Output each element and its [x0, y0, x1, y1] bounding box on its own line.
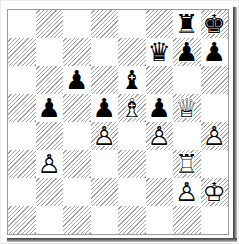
square-e3 [118, 150, 146, 178]
square-f3 [146, 150, 174, 178]
square-h4: ♟♙ [201, 122, 229, 150]
square-c4 [63, 122, 91, 150]
piece-fill-backdrop: ♟ [146, 94, 174, 122]
piece-wP-b3: ♙ [36, 150, 64, 178]
square-f6 [146, 66, 174, 94]
square-h6 [201, 66, 229, 94]
square-b3: ♟♙ [36, 150, 64, 178]
piece-bP-b5: ♟ [36, 94, 64, 122]
square-f5: ♟♟ [146, 94, 174, 122]
piece-fill-backdrop: ♚ [201, 10, 229, 38]
piece-bP-h7: ♟ [201, 38, 229, 66]
piece-bP-d5: ♟ [91, 94, 119, 122]
square-d7 [91, 38, 119, 66]
chess-board: ♜♜♚♚♛♛♟♟♟♟♟♟♝♝♟♟♟♟♝♗♟♟♛♕♟♙♟♙♟♙♟♙♜♖♟♙♚♔ [7, 9, 229, 235]
square-b4 [36, 122, 64, 150]
piece-bP-f5: ♟ [146, 94, 174, 122]
square-d2 [91, 178, 119, 206]
piece-bB-e6: ♝ [118, 66, 146, 94]
square-g5: ♛♕ [173, 94, 201, 122]
square-f4: ♟♙ [146, 122, 174, 150]
square-d1 [91, 206, 119, 234]
square-c8 [63, 10, 91, 38]
piece-fill-backdrop: ♟ [146, 122, 174, 150]
piece-wP-d4: ♙ [91, 122, 119, 150]
square-b8 [36, 10, 64, 38]
square-g8: ♜♜ [173, 10, 201, 38]
square-h7: ♟♟ [201, 38, 229, 66]
square-a4 [8, 122, 36, 150]
square-a1 [8, 206, 36, 234]
square-e7 [118, 38, 146, 66]
square-f2 [146, 178, 174, 206]
piece-bP-c6: ♟ [63, 66, 91, 94]
piece-wP-g2: ♙ [173, 178, 201, 206]
square-b1 [36, 206, 64, 234]
piece-fill-backdrop: ♟ [173, 38, 201, 66]
piece-fill-backdrop: ♟ [91, 122, 119, 150]
square-d6 [91, 66, 119, 94]
square-a8 [8, 10, 36, 38]
piece-wR-g3: ♖ [173, 150, 201, 178]
square-c6: ♟♟ [63, 66, 91, 94]
piece-wQ-g5: ♕ [173, 94, 201, 122]
square-c1 [63, 206, 91, 234]
square-d4: ♟♙ [91, 122, 119, 150]
square-h2: ♚♔ [201, 178, 229, 206]
piece-wK-h2: ♔ [201, 178, 229, 206]
square-f1 [146, 206, 174, 234]
frame-shadow-right [233, 7, 237, 242]
piece-wB-e5: ♗ [118, 94, 146, 122]
square-f7: ♛♛ [146, 38, 174, 66]
square-g4 [173, 122, 201, 150]
square-b5: ♟♟ [36, 94, 64, 122]
chess-diagram-figure: ♜♜♚♚♛♛♟♟♟♟♟♟♝♝♟♟♟♟♝♗♟♟♛♕♟♙♟♙♟♙♟♙♜♖♟♙♚♔ [0, 0, 239, 244]
piece-fill-backdrop: ♟ [36, 94, 64, 122]
square-c2 [63, 178, 91, 206]
piece-fill-backdrop: ♜ [173, 10, 201, 38]
square-h3 [201, 150, 229, 178]
square-g2: ♟♙ [173, 178, 201, 206]
piece-bK-h8: ♚ [201, 10, 229, 38]
piece-fill-backdrop: ♚ [201, 178, 229, 206]
piece-bP-g7: ♟ [173, 38, 201, 66]
square-b7 [36, 38, 64, 66]
square-e2 [118, 178, 146, 206]
square-a7 [8, 38, 36, 66]
square-e5: ♝♗ [118, 94, 146, 122]
square-f8 [146, 10, 174, 38]
square-c5 [63, 94, 91, 122]
piece-fill-backdrop: ♟ [201, 122, 229, 150]
piece-wP-h4: ♙ [201, 122, 229, 150]
square-b2 [36, 178, 64, 206]
piece-fill-backdrop: ♟ [63, 66, 91, 94]
piece-fill-backdrop: ♟ [36, 150, 64, 178]
piece-bR-g8: ♜ [173, 10, 201, 38]
square-h8: ♚♚ [201, 10, 229, 38]
piece-fill-backdrop: ♜ [173, 150, 201, 178]
square-a3 [8, 150, 36, 178]
square-e8 [118, 10, 146, 38]
piece-fill-backdrop: ♝ [118, 94, 146, 122]
square-c3 [63, 150, 91, 178]
square-e1 [118, 206, 146, 234]
square-g1 [173, 206, 201, 234]
piece-fill-backdrop: ♛ [146, 38, 174, 66]
square-e6: ♝♝ [118, 66, 146, 94]
square-g7: ♟♟ [173, 38, 201, 66]
square-d5: ♟♟ [91, 94, 119, 122]
square-a6 [8, 66, 36, 94]
square-h1 [201, 206, 229, 234]
square-h5 [201, 94, 229, 122]
piece-fill-backdrop: ♟ [173, 178, 201, 206]
piece-bQ-f7: ♛ [146, 38, 174, 66]
square-a5 [8, 94, 36, 122]
square-b6 [36, 66, 64, 94]
frame-shadow-bottom [7, 238, 237, 242]
piece-fill-backdrop: ♛ [173, 94, 201, 122]
square-c7 [63, 38, 91, 66]
piece-fill-backdrop: ♝ [118, 66, 146, 94]
piece-fill-backdrop: ♟ [91, 94, 119, 122]
square-a2 [8, 178, 36, 206]
square-e4 [118, 122, 146, 150]
square-g3: ♜♖ [173, 150, 201, 178]
piece-wP-f4: ♙ [146, 122, 174, 150]
square-d3 [91, 150, 119, 178]
square-d8 [91, 10, 119, 38]
square-g6 [173, 66, 201, 94]
piece-fill-backdrop: ♟ [201, 38, 229, 66]
